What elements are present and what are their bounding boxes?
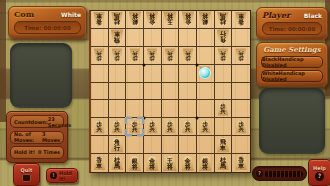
black-captured-pieces-tray[interactable] xyxy=(259,88,325,154)
board-cell[interactable] xyxy=(144,83,162,101)
quit-button[interactable]: Quit xyxy=(13,163,40,186)
shogi-piece-white[interactable]: 香車 xyxy=(93,12,105,26)
board-cell[interactable]: 歩兵 xyxy=(144,118,162,136)
shogi-piece-black[interactable]: 桂馬 xyxy=(217,156,229,170)
shogi-piece-white[interactable]: 銀将 xyxy=(128,12,141,27)
white-captured-pieces-tray[interactable] xyxy=(10,43,72,108)
left-plank-edge xyxy=(0,0,6,122)
board-cell[interactable] xyxy=(126,83,144,101)
board-cell[interactable]: 金将 xyxy=(144,11,162,29)
board-cell[interactable] xyxy=(215,118,233,136)
board-cell[interactable]: 歩兵 xyxy=(179,118,197,136)
board-cell[interactable] xyxy=(197,100,215,118)
board-cell[interactable] xyxy=(162,136,180,154)
hint-message-bar: ? xyxy=(252,166,307,181)
shogi-piece-white[interactable]: 玉将 xyxy=(163,12,177,27)
board-cell[interactable]: 歩兵 xyxy=(109,118,127,136)
board-cell[interactable] xyxy=(179,100,197,118)
help-button[interactable]: Help ? xyxy=(308,159,330,186)
board-cell[interactable] xyxy=(162,29,180,47)
board-cell[interactable]: 角行 xyxy=(109,136,127,154)
board-cell[interactable] xyxy=(91,29,109,47)
board-cell[interactable] xyxy=(126,29,144,47)
shogi-piece-black[interactable]: 歩兵 xyxy=(164,120,175,133)
shogi-piece-white[interactable]: 歩兵 xyxy=(164,49,175,62)
board-cell[interactable] xyxy=(109,65,127,83)
board-cell[interactable] xyxy=(179,65,197,83)
shogi-piece-white[interactable]: 歩兵 xyxy=(182,49,193,62)
quit-button-label: Quit xyxy=(21,167,33,173)
board-cell[interactable]: 香車 xyxy=(91,154,109,172)
shogi-piece-white[interactable]: 金将 xyxy=(181,12,194,27)
shogi-piece-black[interactable]: 王将 xyxy=(163,156,177,171)
com-time-display: Time: 00:00:00 xyxy=(14,21,81,34)
board-cell[interactable] xyxy=(232,136,250,154)
board-cell[interactable] xyxy=(109,100,127,118)
board-cell[interactable] xyxy=(91,65,109,83)
board-cell[interactable]: 歩兵 xyxy=(126,47,144,65)
exclamation-icon: ! xyxy=(50,172,57,179)
board-cell[interactable]: 香車 xyxy=(232,11,250,29)
board-cell[interactable]: 金将 xyxy=(179,11,197,29)
game-settings-title: Game Settings xyxy=(257,45,327,54)
black-handicap-button[interactable]: BlackHandicap Disabled xyxy=(261,56,323,68)
board-cell[interactable]: 王将 xyxy=(162,154,180,172)
board-cell[interactable]: 桂馬 xyxy=(109,154,127,172)
shogi-piece-black[interactable]: 銀将 xyxy=(199,156,212,171)
moves-row: No. of Moves: 3 Moves xyxy=(10,131,64,144)
board-cell[interactable]: 香車 xyxy=(232,154,250,172)
hold-it-button-label: Hold it! xyxy=(59,170,74,182)
shogi-piece-black[interactable]: 角行 xyxy=(110,137,123,152)
shogi-board[interactable]: 香車桂馬銀将金将玉将金将銀将桂馬香車飛車角行歩兵歩兵歩兵歩兵歩兵歩兵歩兵歩兵歩兵… xyxy=(89,10,251,173)
shogi-piece-black[interactable]: 香車 xyxy=(235,156,247,170)
board-cell[interactable]: 歩兵 xyxy=(109,47,127,65)
shogi-piece-black[interactable]: 桂馬 xyxy=(111,156,123,170)
shogi-piece-black[interactable]: 香車 xyxy=(93,156,105,170)
board-cell[interactable] xyxy=(91,100,109,118)
com-side-label: White xyxy=(61,11,81,18)
board-cell[interactable]: 角行 xyxy=(215,29,233,47)
board-cell[interactable]: 香車 xyxy=(91,11,109,29)
board-cell[interactable]: 玉将 xyxy=(162,11,180,29)
star-point xyxy=(196,63,199,66)
shogi-piece-white[interactable]: 歩兵 xyxy=(217,49,228,62)
shogi-piece-white[interactable]: 角行 xyxy=(216,30,229,45)
board-cell[interactable] xyxy=(179,136,197,154)
shogi-app-window: Com White Time: 00:00:00 Player Black Ti… xyxy=(0,0,330,186)
board-cell[interactable] xyxy=(232,83,250,101)
board-cell[interactable]: 金将 xyxy=(144,154,162,172)
shogi-piece-black[interactable]: 歩兵 xyxy=(94,120,105,133)
holdit-value: 0 Times xyxy=(38,149,60,155)
selection-brackets xyxy=(125,117,144,136)
board-cell[interactable] xyxy=(197,47,215,65)
board-cell[interactable] xyxy=(144,65,162,83)
board-cell[interactable] xyxy=(144,100,162,118)
board-cell[interactable] xyxy=(126,65,144,83)
shogi-piece-black[interactable]: 歩兵 xyxy=(111,120,122,133)
shogi-piece-black[interactable]: 歩兵 xyxy=(200,120,211,133)
board-cell[interactable]: 銀将 xyxy=(197,154,215,172)
last-move-marker xyxy=(199,67,211,79)
board-grid: 香車桂馬銀将金将玉将金将銀将桂馬香車飛車角行歩兵歩兵歩兵歩兵歩兵歩兵歩兵歩兵歩兵… xyxy=(91,11,250,172)
board-cell[interactable] xyxy=(197,83,215,101)
player-side-label: Black xyxy=(304,12,322,19)
shogi-piece-white[interactable]: 歩兵 xyxy=(147,49,158,62)
board-cell[interactable] xyxy=(144,29,162,47)
human-player-panel: Player Black Time: 00:00:00 xyxy=(256,7,328,40)
help-button-label: Help xyxy=(313,165,326,171)
board-cell[interactable]: 歩兵 xyxy=(232,118,250,136)
shogi-piece-black[interactable]: 金将 xyxy=(146,156,159,171)
player-time-display: Time: 00:00:00 xyxy=(262,22,322,35)
board-cell[interactable]: 歩兵 xyxy=(91,118,109,136)
board-cell[interactable] xyxy=(215,65,233,83)
shogi-piece-white[interactable]: 歩兵 xyxy=(94,49,105,62)
board-cell[interactable] xyxy=(109,83,127,101)
shogi-piece-white[interactable]: 飛車 xyxy=(110,30,123,45)
shogi-piece-white[interactable]: 香車 xyxy=(235,12,247,26)
com-player-panel: Com White Time: 00:00:00 xyxy=(8,6,87,39)
shogi-piece-black[interactable]: 銀将 xyxy=(128,156,141,171)
game-settings-panel: Game Settings BlackHandicap Disabled Whi… xyxy=(256,42,328,87)
countdown-row: Countdown: 23 Seconds xyxy=(10,115,64,128)
board-cell[interactable] xyxy=(126,136,144,154)
star-point xyxy=(196,117,199,120)
help-icon: ? xyxy=(315,172,324,181)
countdown-label: Countdown: xyxy=(14,119,48,125)
shogi-piece-white[interactable]: 桂馬 xyxy=(111,12,123,26)
board-cell[interactable]: 桂馬 xyxy=(109,11,127,29)
board-cell[interactable]: 歩兵 xyxy=(215,100,233,118)
board-cell[interactable] xyxy=(215,83,233,101)
holdit-label: Hold it! xyxy=(14,149,35,155)
board-cell[interactable]: 銀将 xyxy=(126,154,144,172)
player-name-label: Player xyxy=(262,10,290,20)
board-cell[interactable] xyxy=(126,100,144,118)
star-point xyxy=(143,63,146,66)
board-cell[interactable]: 歩兵 xyxy=(232,47,250,65)
board-cell[interactable] xyxy=(91,136,109,154)
shogi-piece-black[interactable]: 金将 xyxy=(181,156,194,171)
shogi-piece-white[interactable]: 歩兵 xyxy=(111,49,122,62)
board-cell[interactable] xyxy=(162,65,180,83)
board-cell[interactable]: 歩兵 xyxy=(215,47,233,65)
shogi-piece-white[interactable]: 歩兵 xyxy=(236,49,247,62)
com-name-label: Com xyxy=(14,9,34,19)
moves-label: No. of Moves: xyxy=(14,131,42,143)
shogi-piece-white[interactable]: 桂馬 xyxy=(217,12,229,26)
shogi-piece-black[interactable]: 飛車 xyxy=(216,137,229,152)
board-cell[interactable] xyxy=(179,29,197,47)
board-cell[interactable]: 銀将 xyxy=(197,11,215,29)
shogi-piece-white[interactable]: 銀将 xyxy=(199,12,212,27)
board-cell[interactable] xyxy=(197,136,215,154)
board-cell[interactable]: 歩兵 xyxy=(162,47,180,65)
shogi-piece-white[interactable]: 金将 xyxy=(146,12,159,27)
shogi-piece-black[interactable]: 歩兵 xyxy=(217,102,228,115)
board-cell[interactable]: 歩兵 xyxy=(91,47,109,65)
countdown-value: 23 Seconds xyxy=(48,116,72,128)
board-cell[interactable]: 飛車 xyxy=(109,29,127,47)
board-cell[interactable]: 歩兵 xyxy=(126,118,144,136)
board-cell[interactable] xyxy=(162,83,180,101)
board-cell[interactable]: 歩兵 xyxy=(162,118,180,136)
board-cell[interactable] xyxy=(179,83,197,101)
holdit-row: Hold it! 0 Times xyxy=(10,146,64,159)
moves-value: 3 Moves xyxy=(42,131,60,143)
shogi-piece-white[interactable]: 歩兵 xyxy=(129,49,140,62)
board-cell[interactable] xyxy=(197,29,215,47)
board-cell[interactable]: 桂馬 xyxy=(215,11,233,29)
board-cell[interactable] xyxy=(162,100,180,118)
shogi-piece-black[interactable]: 歩兵 xyxy=(236,120,247,133)
shogi-piece-black[interactable]: 歩兵 xyxy=(147,120,158,133)
board-cell[interactable] xyxy=(232,65,250,83)
board-cell[interactable]: 歩兵 xyxy=(197,65,215,83)
question-icon: ? xyxy=(256,170,263,177)
board-cell[interactable]: 桂馬 xyxy=(215,154,233,172)
match-info-panel: Countdown: 23 Seconds No. of Moves: 3 Mo… xyxy=(6,111,68,163)
board-cell[interactable] xyxy=(232,29,250,47)
board-cell[interactable]: 歩兵 xyxy=(144,47,162,65)
white-handicap-button[interactable]: WhiteHandicap Disabled xyxy=(261,70,323,82)
board-cell[interactable]: 飛車 xyxy=(215,136,233,154)
board-cell[interactable] xyxy=(232,100,250,118)
hold-it-button[interactable]: ! Hold it! xyxy=(46,168,78,183)
hint-message-text xyxy=(265,171,303,177)
shogi-piece-black[interactable]: 歩兵 xyxy=(182,120,193,133)
board-cell[interactable] xyxy=(91,83,109,101)
board-cell[interactable]: 歩兵 xyxy=(179,47,197,65)
board-cell[interactable]: 銀将 xyxy=(126,11,144,29)
board-cell[interactable]: 金将 xyxy=(179,154,197,172)
exit-icon xyxy=(22,174,31,182)
board-cell[interactable]: 歩兵 xyxy=(197,118,215,136)
board-cell[interactable] xyxy=(144,136,162,154)
